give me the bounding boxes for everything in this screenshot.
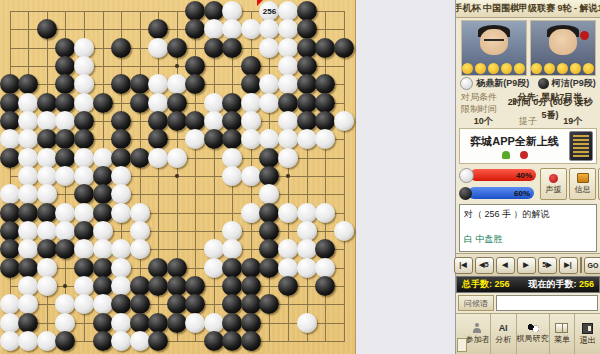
nav-first-button[interactable]: |◀ [454,257,473,274]
black-player: 柯洁(P9段) [538,77,596,90]
black-stone [222,38,242,58]
black-stone [93,203,113,223]
white-stone [37,148,57,168]
board-panel-gap [356,0,456,354]
black-stone [55,56,75,76]
white-stone [259,129,279,149]
black-stone [111,148,131,168]
black-stone [0,111,20,131]
black-stone [74,221,94,241]
white-stone [241,203,261,223]
black-stone [259,294,279,314]
menu-button[interactable]: 菜单 [550,314,576,354]
grid-line-h [10,194,345,195]
white-stone [148,74,168,94]
white-stone [0,184,20,204]
black-stone [93,166,113,186]
black-stone [93,258,113,278]
white-stone [259,184,279,204]
white-stone [241,93,261,113]
white-stone [18,111,38,131]
black-stone [148,129,168,149]
white-stone [222,221,242,241]
go-button[interactable]: GO [584,257,600,274]
white-stone [93,294,113,314]
grid-line-v [214,11,215,342]
black-stone [297,56,317,76]
black-stone [130,313,150,333]
white-stone [111,313,131,333]
white-stone [297,203,317,223]
black-stone [334,38,354,58]
white-stone [74,93,94,113]
white-stone [167,74,187,94]
white-stone [111,331,131,351]
white-stone [204,313,224,333]
black-stone [167,313,187,333]
white-stone [185,129,205,149]
black-stone [55,38,75,58]
white-stone [204,111,224,131]
black-winrate: 60% [459,186,536,200]
white-stone [334,111,354,131]
black-stone [74,258,94,278]
white-stone [0,313,20,333]
black-stone [0,74,20,94]
ai-analysis-button[interactable]: AI 分析 [491,314,517,354]
nav-back-button[interactable]: ◀ [496,257,515,274]
white-stone [55,221,75,241]
black-stone [204,331,224,351]
cheer-label: 声援 [546,184,562,195]
white-stone [18,331,38,351]
black-stone [222,331,242,351]
black-stone [167,294,187,314]
greeting-row: 问候语 [456,293,600,313]
black-stone [204,38,224,58]
black-stone [148,19,168,39]
black-stone [130,93,150,113]
black-stone [18,258,38,278]
book-icon [555,323,568,333]
total-moves: 总手数: 256 [462,278,510,291]
black-stone [0,148,20,168]
white-stone [18,129,38,149]
white-stone [278,19,298,39]
black-stone [0,93,20,113]
black-stone-icon [538,78,549,89]
rose-icon [580,31,589,40]
white-stone [37,166,57,186]
nav-back5-button[interactable]: ◀5 [475,257,494,274]
black-stone [18,74,38,94]
app-promo-banner[interactable]: 弈城APP全新上线 [459,128,597,164]
black-stone [315,74,335,94]
black-stone [37,129,57,149]
captures-row: 10个 提子 19个 [456,115,600,127]
black-stone [74,129,94,149]
white-stone [278,111,298,131]
ai-icon: AI [499,324,508,333]
black-stone [315,276,335,296]
os-icons [463,151,566,159]
black-stone [37,93,57,113]
white-stone [111,203,131,223]
white-stone [204,239,224,259]
winrate-bars: 40% 60% [459,168,536,200]
go-board[interactable]: 256 [0,0,356,354]
white-stone [241,19,261,39]
black-stone [185,1,205,21]
exit-button[interactable]: 退出 [575,314,600,354]
black-stone [204,129,224,149]
black-stone [111,294,131,314]
white-stone [204,93,224,113]
nav-last-button[interactable]: ▶| [559,257,578,274]
player-photos [456,18,600,76]
white-stone [297,129,317,149]
white-stone [241,111,261,131]
exit-label: 退出 [580,335,596,346]
black-stone [278,93,298,113]
analysis-label: 分析 [495,334,511,345]
black-stone [185,19,205,39]
white-stone [93,221,113,241]
white-stone [297,221,317,241]
player-names: 杨鼎新(P9段) 柯洁(P9段) [456,76,600,91]
black-stone [37,239,57,259]
white-stone [37,184,57,204]
white-stone [55,111,75,131]
black-stone [222,129,242,149]
black-stone [55,129,75,149]
white-stone [185,313,205,333]
black-stone [315,38,335,58]
white-winrate: 40% [459,168,536,182]
promo-text: 弈城APP全新上线 [463,134,566,159]
go-stones-icon [527,324,539,332]
black-stone [222,276,242,296]
match-title: 手机杯 中国围棋甲级联赛 9轮 - 解说1 [456,0,600,18]
black-stone [241,258,261,278]
white-stone [37,331,57,351]
black-stone [185,111,205,131]
white-stone [297,239,317,259]
game-result: 白 中盘胜 [464,233,592,246]
white-stone [222,239,242,259]
black-stone [55,148,75,168]
black-stone [167,276,187,296]
action-buttons: 声援 信息 押分 [540,168,600,200]
black-stone [259,203,279,223]
black-stone [259,166,279,186]
white-stone [74,56,94,76]
black-stone [55,239,75,259]
black-stone [241,276,261,296]
black-stone [297,1,317,21]
white-stone [222,1,242,21]
white-stone [204,19,224,39]
black-stone [148,331,168,351]
white-stone [18,294,38,314]
black-stone [0,258,20,278]
white-stone [18,239,38,259]
black-stone [241,331,261,351]
black-stone [222,93,242,113]
white-stone-icon [459,168,474,183]
white-stone [130,239,150,259]
black-stone [241,294,261,314]
android-icon [502,151,510,159]
black-stone [148,276,168,296]
move-navigation: |◀ ◀5 ◀ ▶ 5▶ ▶| GO [456,253,600,276]
phone-app-image [569,131,593,161]
winrate-section: 40% 60% 声援 信息 押分 [456,165,600,203]
flower-garland [531,62,595,75]
flower-garland [462,62,526,75]
white-stone [18,184,38,204]
exit-door-icon [582,323,593,334]
black-stone [167,111,187,131]
participants-label: 参加者 [465,334,489,345]
white-stone [130,203,150,223]
move-number-input[interactable] [580,257,582,273]
black-stone [297,74,317,94]
apple-icon [520,151,528,159]
white-stone [297,258,317,278]
white-stone [74,294,94,314]
star-point [175,64,179,68]
black-stone [93,93,113,113]
white-stone [55,166,75,186]
current-move: 现在的手数: 256 [528,278,594,291]
black-stone [222,111,242,131]
black-stone [0,239,20,259]
white-stone [0,331,20,351]
bottom-toolbar: 参加者 AI 分析 棋局研究 菜单 退出 [456,313,600,354]
nav-forward5-button[interactable]: 5▶ [538,257,557,274]
white-stone [18,221,38,241]
white-stone [167,148,187,168]
black-stone [93,331,113,351]
star-point [286,174,290,178]
white-stone [74,239,94,259]
white-stone [18,93,38,113]
black-winrate-bar: 60% [468,187,534,199]
gift-box-icon [577,173,589,183]
black-stone [241,74,261,94]
white-stone [55,313,75,333]
black-stone [167,38,187,58]
white-stone [130,331,150,351]
white-stone [74,148,94,168]
white-stone [18,276,38,296]
white-stone [0,294,20,314]
white-stone [18,166,38,186]
white-stone [222,148,242,168]
black-stone [130,148,150,168]
black-stone-icon [459,187,472,200]
black-stone [297,19,317,39]
photo-face [549,29,577,55]
black-stone [185,74,205,94]
white-stone [111,258,131,278]
game-research-button[interactable]: 棋局研究 [517,314,550,354]
participants-button[interactable]: 参加者 [465,314,491,354]
black-player-name: 柯洁(P9段) [552,77,596,90]
black-stone [259,148,279,168]
black-stone [167,93,187,113]
greeting-label: 问候语 [458,295,494,311]
promo-title: 弈城APP全新上线 [463,134,566,149]
black-stone [204,1,224,21]
black-stone [259,221,279,241]
white-stone [278,203,298,223]
white-stone [111,276,131,296]
black-stone [185,276,205,296]
white-stone [278,38,298,58]
black-stone [148,111,168,131]
black-stone [148,313,168,333]
black-stone [0,203,20,223]
white-stone [259,93,279,113]
move-count-status: 总手数: 256 现在的手数: 256 [456,276,600,293]
white-stone [297,313,317,333]
cheer-button[interactable]: 声援 [540,168,567,200]
white-stone [37,258,57,278]
white-stone [241,129,261,149]
menu-label: 菜单 [554,334,570,345]
black-stone [185,56,205,76]
white-stone [278,239,298,259]
black-stone [74,184,94,204]
white-stone [37,276,57,296]
commentary-header: 对（ 256 手 ）的解说 [464,208,592,221]
white-stone [278,56,298,76]
white-stone [204,258,224,278]
black-stone [297,111,317,131]
white-player-name: 杨鼎新(P9段) [476,77,529,90]
black-stone [55,331,75,351]
black-stone [222,313,242,333]
star-point [63,284,67,288]
black-stone [167,258,187,278]
black-stone [130,74,150,94]
white-stone [130,221,150,241]
white-stone [259,38,279,58]
black-stone [93,276,113,296]
captures-label: 提子 [506,115,551,128]
black-stone [241,313,261,333]
white-stone [222,19,242,39]
white-stone-last-move: 256 [259,1,279,21]
white-stone [278,129,298,149]
greeting-input[interactable] [496,295,598,311]
message-label: 信息 [575,184,591,195]
black-stone [259,239,279,259]
black-stone [315,239,335,259]
white-stone [74,203,94,223]
black-stone [315,93,335,113]
white-stone [111,184,131,204]
white-stone [278,1,298,21]
white-player-photo [461,20,527,76]
black-stone [93,184,113,204]
white-stone [315,129,335,149]
black-stone [222,258,242,278]
white-stone [259,19,279,39]
captures-black: 19个 [550,115,595,128]
commentary-box[interactable]: 对（ 256 手 ）的解说 白 中盘胜 [459,204,597,252]
captures-white: 10个 [461,115,506,128]
black-stone [55,93,75,113]
black-stone [130,294,150,314]
black-stone [297,93,317,113]
white-stone [111,239,131,259]
white-stone [18,148,38,168]
nav-forward-button[interactable]: ▶ [517,257,536,274]
white-stone [74,166,94,186]
black-stone [315,111,335,131]
white-stone [74,276,94,296]
star-point [175,174,179,178]
white-stone [111,166,131,186]
white-stone [148,93,168,113]
white-stone [148,38,168,58]
side-tab[interactable] [457,338,467,352]
white-stone [0,129,20,149]
white-stone [315,258,335,278]
black-stone [241,56,261,76]
white-stone [222,166,242,186]
white-stone [93,148,113,168]
white-stone [315,203,335,223]
white-stone [334,221,354,241]
white-stone [55,294,75,314]
black-stone [18,313,38,333]
white-stone [37,221,57,241]
message-button[interactable]: 信息 [569,168,596,200]
black-stone [222,294,242,314]
white-stone [55,203,75,223]
black-stone [185,294,205,314]
go-client-window: 256 手机杯 中国围棋甲级联赛 9轮 - 解说1 杨鼎新(P9段) [0,0,600,354]
white-stone [241,166,261,186]
black-stone [259,258,279,278]
black-stone [111,74,131,94]
black-stone [130,276,150,296]
rose-icon [549,174,558,183]
research-label: 棋局研究 [517,333,549,344]
black-stone [297,38,317,58]
black-stone [18,203,38,223]
white-stone [74,74,94,94]
black-stone [148,258,168,278]
white-stone [37,111,57,131]
black-stone [74,111,94,131]
white-stone [278,258,298,278]
photo-glasses [484,39,504,46]
white-stone [74,38,94,58]
white-stone-icon [460,77,473,90]
white-player: 杨鼎新(P9段) [460,77,529,90]
black-stone [111,38,131,58]
black-stone [93,313,113,333]
black-stone [0,221,20,241]
white-stone [148,148,168,168]
black-stone [111,111,131,131]
time-row: 限制时间 2时间 0分 (60秒 读秒 5番) [456,103,600,115]
